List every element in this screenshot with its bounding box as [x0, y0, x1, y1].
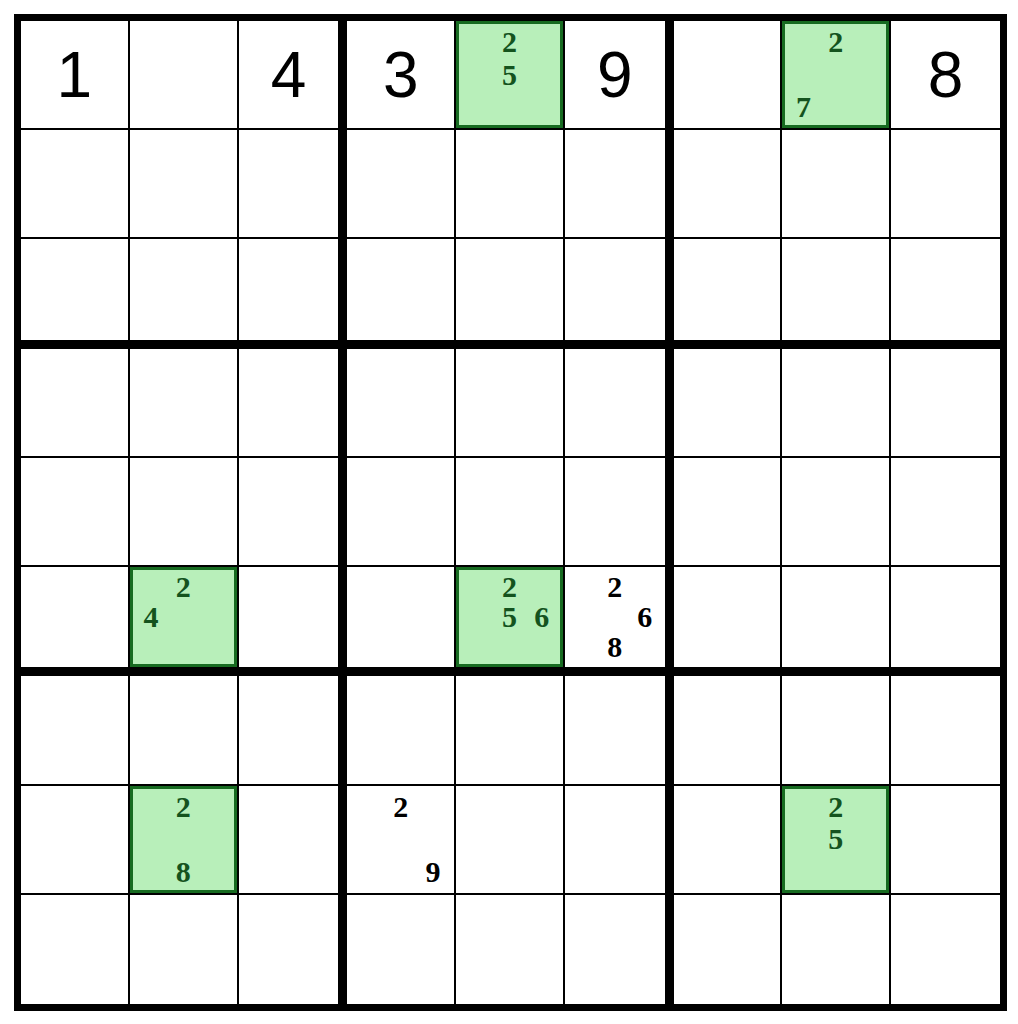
- cell-r2c3[interactable]: [239, 130, 348, 239]
- pencil-slot-empty: [852, 91, 884, 123]
- pencil-slot-empty: [526, 58, 558, 90]
- cell-r9c8[interactable]: [782, 895, 891, 1004]
- cell-r7c1[interactable]: [21, 676, 130, 785]
- cell-r6c6[interactable]: 268: [565, 567, 674, 676]
- pencil-slot-empty: [461, 58, 493, 90]
- pencil-slot-empty: [461, 572, 493, 602]
- pencil-mark-5: 5: [493, 58, 525, 90]
- cell-r9c7[interactable]: [674, 895, 783, 1004]
- pencil-mark-2: 2: [167, 572, 199, 602]
- cell-r9c4[interactable]: [347, 895, 456, 1004]
- pencil-mark-7: 7: [787, 91, 819, 123]
- pencil-slot-empty: [820, 855, 852, 887]
- pencil-mark-2: 2: [167, 791, 199, 823]
- pencil-mark-8: 8: [600, 632, 630, 662]
- cell-r4c8[interactable]: [782, 349, 891, 458]
- cell-r5c2[interactable]: [130, 458, 239, 567]
- pencil-slot-empty: [820, 58, 852, 90]
- pencil-slot-empty: [570, 632, 600, 662]
- pencil-slot-empty: [385, 855, 417, 887]
- cell-r7c8[interactable]: [782, 676, 891, 785]
- pencil-slot-empty: [135, 572, 167, 602]
- cell-r6c5[interactable]: 256: [456, 567, 565, 676]
- cell-r8c6[interactable]: [565, 786, 674, 895]
- cell-r5c8[interactable]: [782, 458, 891, 567]
- pencil-slot-empty: [352, 823, 384, 855]
- pencil-slot-empty: [135, 632, 167, 662]
- pencil-slot-empty: [630, 632, 660, 662]
- pencil-mark-5: 5: [820, 823, 852, 855]
- pencil-slot-empty: [787, 855, 819, 887]
- cell-r7c7[interactable]: [674, 676, 783, 785]
- pencil-mark-2: 2: [493, 26, 525, 58]
- cell-r7c6[interactable]: [565, 676, 674, 785]
- pencil-slot-empty: [852, 855, 884, 887]
- cell-r8c9[interactable]: [891, 786, 1000, 895]
- cell-r6c1[interactable]: [21, 567, 130, 676]
- pencil-mark-6: 6: [526, 602, 558, 632]
- cell-r3c1[interactable]: [21, 239, 130, 348]
- cell-r5c1[interactable]: [21, 458, 130, 567]
- pencil-slot-empty: [570, 572, 600, 602]
- pencil-slot-empty: [167, 602, 199, 632]
- pencil-marks: 28: [135, 791, 232, 888]
- pencil-mark-6: 6: [630, 602, 660, 632]
- pencil-slot-empty: [199, 632, 231, 662]
- cell-r2c1[interactable]: [21, 130, 130, 239]
- pencil-mark-2: 2: [820, 791, 852, 823]
- cell-r6c3[interactable]: [239, 567, 348, 676]
- cell-r4c9[interactable]: [891, 349, 1000, 458]
- pencil-slot-empty: [526, 26, 558, 58]
- cell-r4c6[interactable]: [565, 349, 674, 458]
- pencil-slot-empty: [852, 26, 884, 58]
- cell-r6c2[interactable]: 24: [130, 567, 239, 676]
- sudoku-board: 14325927824256268282925: [14, 14, 1007, 1011]
- pencil-mark-2: 2: [600, 572, 630, 602]
- pencil-slot-empty: [787, 58, 819, 90]
- cell-r2c9[interactable]: [891, 130, 1000, 239]
- pencil-marks: 29: [352, 791, 449, 888]
- cell-r3c5[interactable]: [456, 239, 565, 348]
- cell-r1c7[interactable]: [674, 21, 783, 130]
- pencil-slot-empty: [787, 791, 819, 823]
- pencil-marks: 268: [570, 572, 660, 662]
- cell-r8c3[interactable]: [239, 786, 348, 895]
- given-digit: 1: [57, 43, 93, 107]
- pencil-marks: 25: [787, 791, 884, 888]
- cell-r9c1[interactable]: [21, 895, 130, 1004]
- pencil-slot-empty: [199, 823, 231, 855]
- pencil-slot-empty: [461, 602, 493, 632]
- cell-r5c4[interactable]: [347, 458, 456, 567]
- pencil-slot-empty: [461, 91, 493, 123]
- cell-r1c2[interactable]: [130, 21, 239, 130]
- cell-r3c9[interactable]: [891, 239, 1000, 348]
- cell-r1c8[interactable]: 27: [782, 21, 891, 130]
- cell-r9c3[interactable]: [239, 895, 348, 1004]
- pencil-slot-empty: [600, 602, 630, 632]
- pencil-slot-empty: [199, 855, 231, 887]
- pencil-slot-empty: [417, 823, 449, 855]
- cell-r5c3[interactable]: [239, 458, 348, 567]
- pencil-slot-empty: [461, 632, 493, 662]
- pencil-slot-empty: [493, 632, 525, 662]
- cell-r7c5[interactable]: [456, 676, 565, 785]
- cell-r4c7[interactable]: [674, 349, 783, 458]
- cell-r3c7[interactable]: [674, 239, 783, 348]
- pencil-slot-empty: [352, 855, 384, 887]
- cell-r2c5[interactable]: [456, 130, 565, 239]
- pencil-slot-empty: [135, 823, 167, 855]
- pencil-slot-empty: [199, 572, 231, 602]
- pencil-slot-empty: [461, 26, 493, 58]
- cell-r6c8[interactable]: [782, 567, 891, 676]
- cell-r5c5[interactable]: [456, 458, 565, 567]
- pencil-slot-empty: [199, 602, 231, 632]
- given-digit: 4: [271, 43, 307, 107]
- cell-r3c6[interactable]: [565, 239, 674, 348]
- pencil-mark-9: 9: [417, 855, 449, 887]
- cell-r9c9[interactable]: [891, 895, 1000, 1004]
- pencil-slot-empty: [135, 791, 167, 823]
- given-digit: 8: [928, 43, 964, 107]
- cell-r8c5[interactable]: [456, 786, 565, 895]
- pencil-mark-2: 2: [493, 572, 525, 602]
- cell-r7c4[interactable]: [347, 676, 456, 785]
- cell-r9c5[interactable]: [456, 895, 565, 1004]
- given-digit: 3: [383, 43, 419, 107]
- pencil-slot-empty: [526, 572, 558, 602]
- cell-r5c6[interactable]: [565, 458, 674, 567]
- pencil-slot-empty: [630, 572, 660, 602]
- cell-r6c4[interactable]: [347, 567, 456, 676]
- cell-r6c9[interactable]: [891, 567, 1000, 676]
- cell-r1c4[interactable]: 3: [347, 21, 456, 130]
- pencil-marks: 256: [461, 572, 558, 662]
- pencil-slot-empty: [526, 632, 558, 662]
- pencil-slot-empty: [167, 823, 199, 855]
- cell-r9c6[interactable]: [565, 895, 674, 1004]
- cell-r2c6[interactable]: [565, 130, 674, 239]
- cell-r4c5[interactable]: [456, 349, 565, 458]
- cell-r8c1[interactable]: [21, 786, 130, 895]
- cell-r4c2[interactable]: [130, 349, 239, 458]
- cell-r4c4[interactable]: [347, 349, 456, 458]
- cell-r2c7[interactable]: [674, 130, 783, 239]
- cell-r6c7[interactable]: [674, 567, 783, 676]
- pencil-slot-empty: [352, 791, 384, 823]
- cell-r2c8[interactable]: [782, 130, 891, 239]
- pencil-mark-5: 5: [493, 602, 525, 632]
- cell-r7c9[interactable]: [891, 676, 1000, 785]
- cell-r9c2[interactable]: [130, 895, 239, 1004]
- cell-r4c3[interactable]: [239, 349, 348, 458]
- cell-r8c8[interactable]: 25: [782, 786, 891, 895]
- pencil-slot-empty: [493, 91, 525, 123]
- cell-r3c3[interactable]: [239, 239, 348, 348]
- pencil-slot-empty: [570, 602, 600, 632]
- cell-r1c1[interactable]: 1: [21, 21, 130, 130]
- pencil-mark-4: 4: [135, 602, 167, 632]
- cell-r3c2[interactable]: [130, 239, 239, 348]
- pencil-slot-empty: [199, 791, 231, 823]
- cell-r1c3[interactable]: 4: [239, 21, 348, 130]
- pencil-slot-empty: [852, 791, 884, 823]
- cell-r7c2[interactable]: [130, 676, 239, 785]
- cell-r5c7[interactable]: [674, 458, 783, 567]
- cell-r1c5[interactable]: 25: [456, 21, 565, 130]
- pencil-slot-empty: [167, 632, 199, 662]
- pencil-mark-2: 2: [820, 26, 852, 58]
- cell-r3c4[interactable]: [347, 239, 456, 348]
- cell-r5c9[interactable]: [891, 458, 1000, 567]
- cell-r1c9[interactable]: 8: [891, 21, 1000, 130]
- pencil-slot-empty: [852, 823, 884, 855]
- pencil-marks: 25: [461, 26, 558, 123]
- pencil-slot-empty: [135, 855, 167, 887]
- cell-r3c8[interactable]: [782, 239, 891, 348]
- pencil-slot-empty: [787, 823, 819, 855]
- pencil-mark-8: 8: [167, 855, 199, 887]
- given-digit: 9: [597, 43, 633, 107]
- cell-r8c4[interactable]: 29: [347, 786, 456, 895]
- cell-r8c7[interactable]: [674, 786, 783, 895]
- cell-r4c1[interactable]: [21, 349, 130, 458]
- pencil-marks: 24: [135, 572, 232, 662]
- pencil-slot-empty: [820, 91, 852, 123]
- pencil-marks: 27: [787, 26, 884, 123]
- pencil-slot-empty: [526, 91, 558, 123]
- cell-r7c3[interactable]: [239, 676, 348, 785]
- cell-r2c4[interactable]: [347, 130, 456, 239]
- cell-r8c2[interactable]: 28: [130, 786, 239, 895]
- cell-r2c2[interactable]: [130, 130, 239, 239]
- pencil-slot-empty: [385, 823, 417, 855]
- pencil-slot-empty: [417, 791, 449, 823]
- pencil-slot-empty: [787, 26, 819, 58]
- pencil-slot-empty: [852, 58, 884, 90]
- cell-r1c6[interactable]: 9: [565, 21, 674, 130]
- pencil-mark-2: 2: [385, 791, 417, 823]
